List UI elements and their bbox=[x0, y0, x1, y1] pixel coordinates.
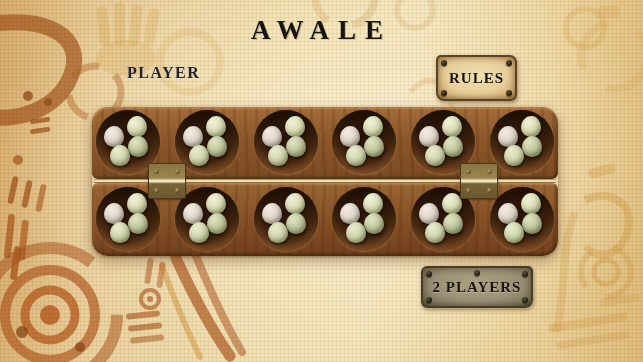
screw-icon bbox=[487, 188, 492, 193]
awale-board bbox=[92, 107, 558, 256]
seed bbox=[504, 145, 524, 166]
seed bbox=[104, 126, 124, 147]
rules-button-label: RULES bbox=[449, 70, 504, 87]
hinge-icon bbox=[460, 163, 498, 199]
seed bbox=[346, 222, 366, 243]
rules-button[interactable]: RULES bbox=[436, 55, 517, 101]
seed bbox=[364, 213, 384, 234]
seed bbox=[364, 136, 384, 157]
seed bbox=[286, 213, 306, 234]
seed bbox=[522, 213, 542, 234]
pit[interactable] bbox=[332, 110, 396, 174]
pit[interactable] bbox=[254, 187, 318, 251]
seed bbox=[425, 222, 445, 243]
pit[interactable] bbox=[254, 110, 318, 174]
nail-icon bbox=[506, 60, 512, 66]
screw-icon bbox=[466, 188, 471, 193]
seed bbox=[419, 126, 439, 147]
seed bbox=[443, 136, 463, 157]
seed bbox=[104, 203, 124, 224]
screw-icon bbox=[175, 169, 180, 174]
nail-icon bbox=[441, 90, 447, 96]
seed bbox=[340, 126, 360, 147]
seed bbox=[110, 145, 130, 166]
seed bbox=[127, 116, 147, 137]
seed bbox=[498, 203, 518, 224]
nail-icon bbox=[426, 297, 432, 303]
screw-icon bbox=[466, 169, 471, 174]
nail-icon bbox=[522, 271, 528, 277]
seed bbox=[206, 116, 226, 137]
seed bbox=[286, 136, 306, 157]
seed bbox=[262, 126, 282, 147]
seed bbox=[285, 116, 305, 137]
seed bbox=[363, 116, 383, 137]
seed bbox=[443, 213, 463, 234]
seed bbox=[183, 126, 203, 147]
seed bbox=[521, 193, 541, 214]
seed bbox=[189, 145, 209, 166]
nail-icon bbox=[426, 271, 432, 277]
nail-icon bbox=[506, 90, 512, 96]
seed bbox=[262, 203, 282, 224]
seed bbox=[268, 145, 288, 166]
screw-icon bbox=[487, 169, 492, 174]
seed bbox=[425, 145, 445, 166]
pit[interactable] bbox=[490, 187, 554, 251]
seed bbox=[110, 222, 130, 243]
seed bbox=[363, 193, 383, 214]
seed bbox=[189, 222, 209, 243]
hinge-icon bbox=[148, 163, 186, 199]
screw-icon bbox=[175, 188, 180, 193]
seed bbox=[128, 136, 148, 157]
nail-icon bbox=[441, 60, 447, 66]
seed bbox=[285, 193, 305, 214]
game-title: AWALE bbox=[0, 15, 643, 46]
seed bbox=[206, 193, 226, 214]
awale-game-screen: AWALE PLAYER RULES bbox=[0, 0, 643, 362]
seed bbox=[268, 222, 288, 243]
screw-icon bbox=[154, 169, 159, 174]
two-players-button-label: 2 PLAYERS bbox=[433, 279, 522, 296]
seed bbox=[498, 126, 518, 147]
screw-icon bbox=[154, 188, 159, 193]
pit[interactable] bbox=[490, 110, 554, 174]
seed bbox=[521, 116, 541, 137]
seed bbox=[128, 213, 148, 234]
seed bbox=[207, 213, 227, 234]
seed bbox=[183, 203, 203, 224]
seed bbox=[442, 116, 462, 137]
seed bbox=[127, 193, 147, 214]
nail-icon bbox=[474, 270, 480, 276]
nail-icon bbox=[522, 297, 528, 303]
two-players-button[interactable]: 2 PLAYERS bbox=[421, 266, 533, 308]
seed bbox=[340, 203, 360, 224]
pit[interactable] bbox=[332, 187, 396, 251]
player-menu-label[interactable]: PLAYER bbox=[127, 64, 200, 82]
seed bbox=[504, 222, 524, 243]
seed bbox=[346, 145, 366, 166]
seed bbox=[522, 136, 542, 157]
seed bbox=[207, 136, 227, 157]
seed bbox=[419, 203, 439, 224]
